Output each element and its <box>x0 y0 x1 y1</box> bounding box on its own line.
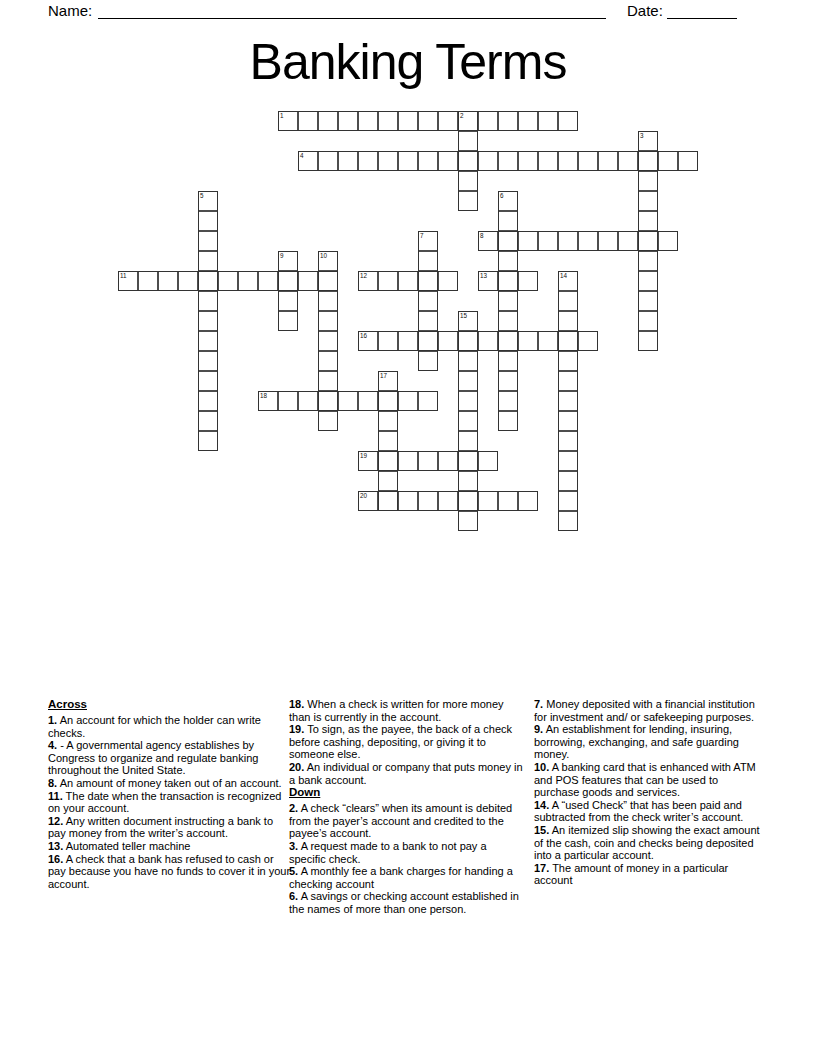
crossword-grid: 1234567891011121314151617181920 <box>118 111 699 532</box>
clue-text: To sign, as the payee, the back of a che… <box>289 723 512 760</box>
grid-cell[interactable] <box>438 111 458 131</box>
clue-text: An amount of money taken out of an accou… <box>57 777 281 789</box>
grid-cell[interactable] <box>458 471 478 491</box>
grid-cell[interactable] <box>498 231 518 251</box>
grid-cell[interactable] <box>318 111 338 131</box>
grid-cell[interactable] <box>458 111 478 131</box>
grid-cell[interactable] <box>358 391 378 411</box>
grid-cell[interactable] <box>358 111 378 131</box>
clue-number: 15. <box>534 824 549 836</box>
clue-number: 12. <box>48 815 63 827</box>
grid-cell[interactable] <box>518 151 538 171</box>
grid-cell[interactable] <box>498 291 518 311</box>
grid-cell[interactable] <box>298 151 318 171</box>
clue-item: 2. A check “clears” when its amount is d… <box>289 802 526 840</box>
clue-number: 13. <box>48 840 63 852</box>
grid-cell[interactable] <box>198 351 218 371</box>
grid-cell[interactable] <box>598 151 618 171</box>
worksheet-page: Name: Date: Banking Terms 12345678910111… <box>0 0 816 1056</box>
grid-cell[interactable] <box>158 271 178 291</box>
clue-number: 11. <box>48 790 63 802</box>
clue-text: An itemized slip showing the exact amoun… <box>534 824 760 861</box>
grid-cell[interactable] <box>638 191 658 211</box>
grid-cell[interactable] <box>318 311 338 331</box>
clue-number: 7. <box>534 698 543 710</box>
grid-cell[interactable] <box>638 291 658 311</box>
grid-cell[interactable] <box>458 451 478 471</box>
grid-cell[interactable] <box>458 151 478 171</box>
grid-cell[interactable] <box>278 111 298 131</box>
grid-cell[interactable] <box>298 271 318 291</box>
grid-cell[interactable] <box>278 271 298 291</box>
clue-number: 9. <box>534 723 543 735</box>
date-blank-line[interactable] <box>667 1 737 19</box>
grid-cell[interactable] <box>378 371 398 391</box>
grid-cell[interactable] <box>318 291 338 311</box>
clue-item: 15. An itemized slip showing the exact a… <box>534 824 763 862</box>
grid-cell[interactable] <box>398 331 418 351</box>
grid-cell[interactable] <box>458 191 478 211</box>
grid-cell[interactable] <box>458 131 478 151</box>
grid-cell[interactable] <box>318 151 338 171</box>
grid-cell[interactable] <box>458 331 478 351</box>
grid-cell[interactable] <box>318 411 338 431</box>
grid-cell[interactable] <box>618 151 638 171</box>
grid-cell[interactable] <box>278 251 298 271</box>
clue-text: A check “clears” when its amount is debi… <box>289 802 512 839</box>
grid-cell[interactable] <box>578 331 598 351</box>
grid-cell[interactable] <box>638 231 658 251</box>
grid-cell[interactable] <box>398 491 418 511</box>
grid-cell[interactable] <box>378 451 398 471</box>
clue-text: Any written document instructing a bank … <box>48 815 273 840</box>
grid-cell[interactable] <box>198 231 218 251</box>
grid-cell[interactable] <box>558 331 578 351</box>
grid-cell[interactable] <box>638 131 658 151</box>
grid-cell[interactable] <box>198 371 218 391</box>
grid-cell[interactable] <box>418 311 438 331</box>
grid-cell[interactable] <box>458 411 478 431</box>
grid-cell[interactable] <box>298 111 318 131</box>
clue-number: 6. <box>289 890 298 902</box>
clue-item: 17. The amount of money in a particular … <box>534 862 763 887</box>
clue-text: When a check is written for more money t… <box>289 698 504 723</box>
grid-cell[interactable] <box>418 451 438 471</box>
clue-text: - A governmental agency establishes by C… <box>48 739 258 776</box>
grid-cell[interactable] <box>518 491 538 511</box>
grid-cell[interactable] <box>478 491 498 511</box>
clue-text: A “used Check” that has been paid and su… <box>534 799 743 824</box>
clue-text: An establishment for lending, insuring, … <box>534 723 739 760</box>
grid-cell[interactable] <box>618 231 638 251</box>
clue-text: Automated teller machine <box>63 840 190 852</box>
grid-cell[interactable] <box>558 351 578 371</box>
grid-cell[interactable] <box>418 331 438 351</box>
grid-cell[interactable] <box>638 251 658 271</box>
clue-text: A savings or checking account establishe… <box>289 890 519 915</box>
grid-cell[interactable] <box>198 191 218 211</box>
clue-text: Money deposited with a financial institu… <box>534 698 755 723</box>
grid-cell[interactable] <box>378 411 398 431</box>
grid-cell[interactable] <box>438 451 458 471</box>
grid-cell[interactable] <box>558 511 578 531</box>
grid-cell[interactable] <box>478 451 498 471</box>
grid-cell[interactable] <box>358 451 378 471</box>
grid-cell[interactable] <box>198 431 218 451</box>
grid-cell[interactable] <box>518 231 538 251</box>
grid-cell[interactable] <box>438 151 458 171</box>
grid-cell[interactable] <box>178 271 198 291</box>
clue-item: 8. An amount of money taken out of an ac… <box>48 777 291 790</box>
clue-text: An individual or company that puts money… <box>289 761 523 786</box>
clue-text: A check that a bank has refused to cash … <box>48 853 290 890</box>
grid-cell[interactable] <box>198 291 218 311</box>
grid-cell[interactable] <box>558 111 578 131</box>
grid-cell[interactable] <box>458 511 478 531</box>
grid-cell[interactable] <box>418 151 438 171</box>
grid-cell[interactable] <box>458 311 478 331</box>
grid-cell[interactable] <box>498 311 518 331</box>
grid-cell[interactable] <box>418 291 438 311</box>
grid-cell[interactable] <box>198 271 218 291</box>
grid-cell[interactable] <box>498 191 518 211</box>
clue-item: 18. When a check is written for more mon… <box>289 698 526 723</box>
grid-cell[interactable] <box>378 471 398 491</box>
clue-text: The amount of money in a particular acco… <box>534 862 728 887</box>
clue-item: 9. An establishment for lending, insurin… <box>534 723 763 761</box>
grid-cell[interactable] <box>338 111 358 131</box>
grid-cell[interactable] <box>318 251 338 271</box>
grid-cell[interactable] <box>498 391 518 411</box>
grid-cell[interactable] <box>258 271 278 291</box>
grid-cell[interactable] <box>398 111 418 131</box>
grid-cell[interactable] <box>318 331 338 351</box>
clue-number: 19. <box>289 723 304 735</box>
grid-cell[interactable] <box>378 151 398 171</box>
clue-list-heading: Down <box>289 786 526 799</box>
grid-cell[interactable] <box>198 311 218 331</box>
clue-column-3: 7. Money deposited with a financial inst… <box>534 698 763 887</box>
grid-cell[interactable] <box>458 371 478 391</box>
grid-cell[interactable] <box>498 371 518 391</box>
grid-cell[interactable] <box>318 351 338 371</box>
grid-cell[interactable] <box>638 271 658 291</box>
grid-cell[interactable] <box>518 111 538 131</box>
grid-cell[interactable] <box>238 271 258 291</box>
clue-number: 4. <box>48 739 57 751</box>
clue-text: A banking card that is enhanced with ATM… <box>534 761 756 798</box>
clue-item: 12. Any written document instructing a b… <box>48 815 291 840</box>
clue-item: 10. A banking card that is enhanced with… <box>534 761 763 799</box>
grid-cell[interactable] <box>558 391 578 411</box>
grid-cell[interactable] <box>558 431 578 451</box>
grid-cell[interactable] <box>398 451 418 471</box>
clue-text: An account for which the holder can writ… <box>48 714 261 739</box>
grid-cell[interactable] <box>418 111 438 131</box>
clue-item: 4. - A governmental agency establishes b… <box>48 739 291 777</box>
grid-cell[interactable] <box>118 271 138 291</box>
clue-number: 10. <box>534 761 549 773</box>
grid-cell[interactable] <box>218 271 238 291</box>
grid-cell[interactable] <box>558 411 578 431</box>
grid-cell[interactable] <box>358 491 378 511</box>
grid-cell[interactable] <box>338 151 358 171</box>
clue-item: 6. A savings or checking account establi… <box>289 890 526 915</box>
grid-cell[interactable] <box>278 291 298 311</box>
grid-cell[interactable] <box>678 151 698 171</box>
grid-cell[interactable] <box>398 271 418 291</box>
clue-item: 19. To sign, as the payee, the back of a… <box>289 723 526 761</box>
grid-cell[interactable] <box>418 391 438 411</box>
grid-cell[interactable] <box>498 251 518 271</box>
grid-cell[interactable] <box>318 391 338 411</box>
clue-text: A request made to a bank to not pay a sp… <box>289 840 487 865</box>
grid-cell[interactable] <box>558 451 578 471</box>
grid-cell[interactable] <box>578 151 598 171</box>
grid-cell[interactable] <box>638 331 658 351</box>
clue-list-heading: Across <box>48 698 291 711</box>
grid-cell[interactable] <box>378 491 398 511</box>
grid-cell[interactable] <box>198 331 218 351</box>
grid-cell[interactable] <box>438 271 458 291</box>
grid-cell[interactable] <box>278 391 298 411</box>
clue-item: 13. Automated teller machine <box>48 840 291 853</box>
grid-cell[interactable] <box>498 351 518 371</box>
clue-number: 17. <box>534 862 549 874</box>
grid-cell[interactable] <box>558 371 578 391</box>
page-title: Banking Terms <box>0 33 816 91</box>
grid-cell[interactable] <box>438 331 458 351</box>
grid-cell[interactable] <box>558 491 578 511</box>
grid-cell[interactable] <box>538 151 558 171</box>
clue-number: 5. <box>289 865 298 877</box>
clue-text: A monthly fee a bank charges for handing… <box>289 865 513 890</box>
name-label: Name: <box>48 2 92 20</box>
clue-number: 18. <box>289 698 304 710</box>
grid-cell[interactable] <box>558 231 578 251</box>
grid-cell[interactable] <box>498 491 518 511</box>
grid-cell[interactable] <box>498 271 518 291</box>
grid-cell[interactable] <box>198 251 218 271</box>
grid-cell[interactable] <box>318 371 338 391</box>
clue-number: 16. <box>48 853 63 865</box>
grid-cell[interactable] <box>518 271 538 291</box>
grid-cell[interactable] <box>498 211 518 231</box>
clue-number: 20. <box>289 761 304 773</box>
grid-cell[interactable] <box>638 171 658 191</box>
grid-cell[interactable] <box>558 271 578 291</box>
clue-item: 1. An account for which the holder can w… <box>48 714 291 739</box>
grid-cell[interactable] <box>598 231 618 251</box>
grid-cell[interactable] <box>498 151 518 171</box>
grid-cell[interactable] <box>478 331 498 351</box>
grid-cell[interactable] <box>398 391 418 411</box>
grid-cell[interactable] <box>398 151 418 171</box>
grid-cell[interactable] <box>498 331 518 351</box>
grid-cell[interactable] <box>658 151 678 171</box>
grid-cell[interactable] <box>378 271 398 291</box>
grid-cell[interactable] <box>378 331 398 351</box>
grid-cell[interactable] <box>478 111 498 131</box>
grid-cell[interactable] <box>418 231 438 251</box>
grid-cell[interactable] <box>518 331 538 351</box>
clue-item: 7. Money deposited with a financial inst… <box>534 698 763 723</box>
clue-text: The date when the transaction is recogni… <box>48 790 281 815</box>
grid-cell[interactable] <box>358 151 378 171</box>
grid-cell[interactable] <box>458 431 478 451</box>
grid-cell[interactable] <box>638 211 658 231</box>
clue-column-2: 18. When a check is written for more mon… <box>289 698 526 916</box>
grid-cell[interactable] <box>278 311 298 331</box>
grid-cell[interactable] <box>358 331 378 351</box>
name-blank-line[interactable] <box>98 1 606 19</box>
grid-cell[interactable] <box>498 111 518 131</box>
grid-cell[interactable] <box>578 231 598 251</box>
grid-cell[interactable] <box>558 291 578 311</box>
grid-cell[interactable] <box>458 171 478 191</box>
clue-item: 11. The date when the transaction is rec… <box>48 790 291 815</box>
grid-cell[interactable] <box>418 491 438 511</box>
grid-cell[interactable] <box>478 271 498 291</box>
grid-cell[interactable] <box>338 391 358 411</box>
clue-number: 14. <box>534 799 549 811</box>
grid-cell[interactable] <box>538 231 558 251</box>
grid-cell[interactable] <box>558 151 578 171</box>
grid-cell[interactable] <box>498 411 518 431</box>
grid-cell[interactable] <box>638 151 658 171</box>
clue-item: 3. A request made to a bank to not pay a… <box>289 840 526 865</box>
grid-cell[interactable] <box>258 391 278 411</box>
grid-cell[interactable] <box>378 431 398 451</box>
clue-column-1: Across1. An account for which the holder… <box>48 698 291 890</box>
clue-item: 5. A monthly fee a bank charges for hand… <box>289 865 526 890</box>
grid-cell[interactable] <box>418 271 438 291</box>
grid-cell[interactable] <box>458 491 478 511</box>
grid-cell[interactable] <box>478 151 498 171</box>
grid-cell[interactable] <box>418 251 438 271</box>
grid-cell[interactable] <box>138 271 158 291</box>
grid-cell[interactable] <box>318 271 338 291</box>
date-label: Date: <box>627 2 663 20</box>
grid-cell[interactable] <box>478 231 498 251</box>
grid-cell[interactable] <box>378 391 398 411</box>
grid-cell[interactable] <box>198 411 218 431</box>
grid-cell[interactable] <box>658 231 678 251</box>
clue-item: 16. A check that a bank has refused to c… <box>48 853 291 891</box>
grid-cell[interactable] <box>458 351 478 371</box>
grid-cell[interactable] <box>438 491 458 511</box>
grid-cell[interactable] <box>198 391 218 411</box>
grid-cell[interactable] <box>298 391 318 411</box>
clue-item: 20. An individual or company that puts m… <box>289 761 526 786</box>
grid-cell[interactable] <box>418 351 438 371</box>
grid-cell[interactable] <box>558 311 578 331</box>
clue-number: 2. <box>289 802 298 814</box>
grid-cell[interactable] <box>638 311 658 331</box>
grid-cell[interactable] <box>538 331 558 351</box>
grid-cell[interactable] <box>558 471 578 491</box>
grid-cell[interactable] <box>458 391 478 411</box>
clue-number: 3. <box>289 840 298 852</box>
clue-item: 14. A “used Check” that has been paid an… <box>534 799 763 824</box>
grid-cell[interactable] <box>358 271 378 291</box>
clue-number: 8. <box>48 777 57 789</box>
grid-cell[interactable] <box>198 211 218 231</box>
grid-cell[interactable] <box>378 111 398 131</box>
grid-cell[interactable] <box>538 111 558 131</box>
clue-number: 1. <box>48 714 57 726</box>
